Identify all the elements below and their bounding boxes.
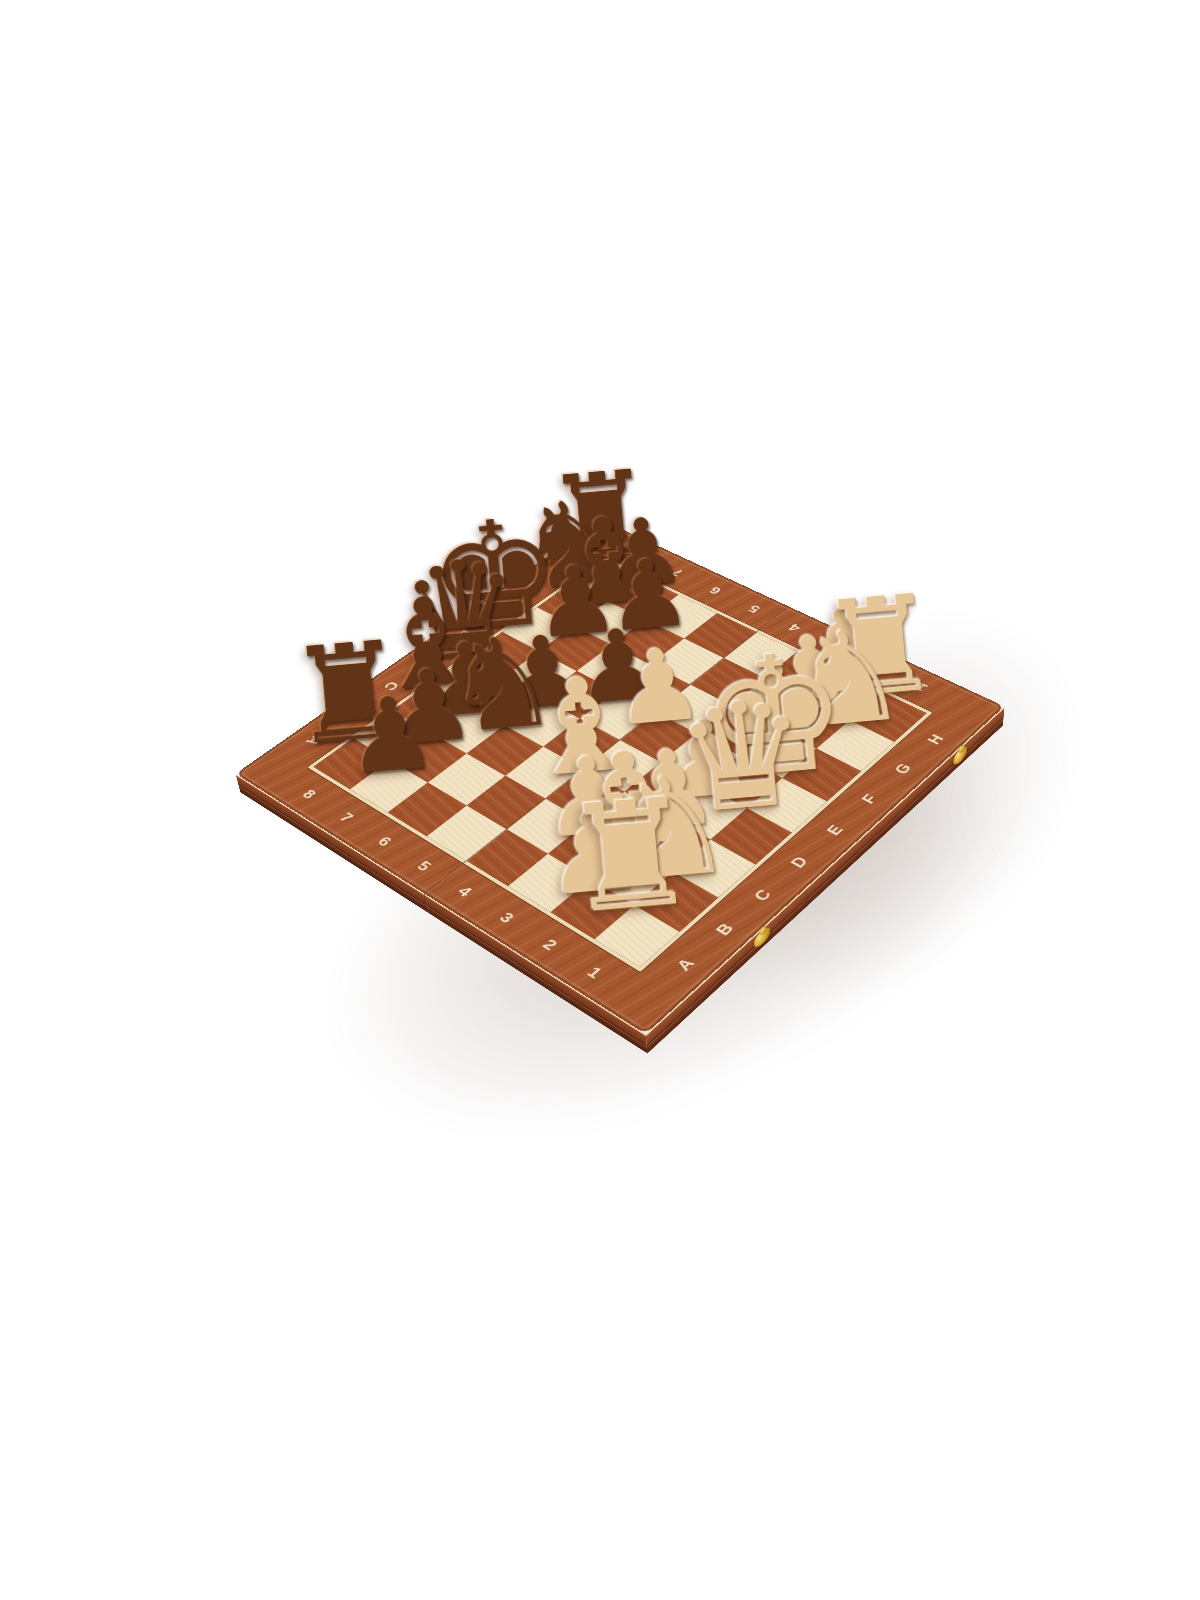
piece-white-rook-a1[interactable]: ♜ [558, 776, 703, 935]
board-field: ♜♝♛♚♞♜♟♟♟♟♝♟♞♟♟♟♝♟♟♟♝♟♟♟♟♟♜♞♛♚♞♜ [313, 559, 926, 967]
brass-clasp-right [953, 742, 968, 768]
product-photo: ♜♝♛♚♞♜♟♟♟♟♝♟♞♟♟♟♝♟♟♟♝♟♟♟♟♟♜♞♛♚♞♜ ABCDEFG… [0, 0, 1200, 1600]
brass-clasp-left [754, 923, 771, 952]
square-a7[interactable]: ♟ [350, 760, 428, 812]
chess-board: ♜♝♛♚♞♜♟♟♟♟♝♟♞♟♟♟♝♟♟♟♝♟♟♟♟♟♜♞♛♚♞♜ ABCDEFG… [236, 519, 1005, 1034]
piece-black-pawn-a7[interactable]: ♟ [341, 680, 440, 789]
